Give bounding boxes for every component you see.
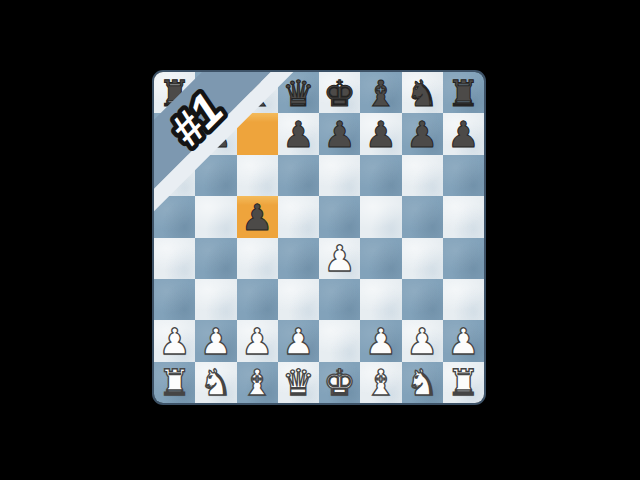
square-f7[interactable]: ♟ xyxy=(360,113,401,154)
square-c2[interactable]: ♟ xyxy=(237,320,278,361)
chess-board: ♜♞♝♛♚♝♞♜♟♟♟♟♟♟♟♟♟♟♟♟♟♟♟♟♜♞♝♛♚♝♞♜ #1 xyxy=(152,70,486,405)
square-h6[interactable] xyxy=(443,155,484,196)
square-f1[interactable]: ♝ xyxy=(360,362,401,403)
piece-black-knight-g8[interactable]: ♞ xyxy=(406,76,438,112)
square-b4[interactable] xyxy=(195,238,236,279)
square-f6[interactable] xyxy=(360,155,401,196)
piece-black-king-e8[interactable]: ♚ xyxy=(323,76,355,112)
piece-black-pawn-h7[interactable]: ♟ xyxy=(447,117,479,153)
square-g1[interactable]: ♞ xyxy=(402,362,443,403)
square-c6[interactable] xyxy=(237,155,278,196)
square-e7[interactable]: ♟ xyxy=(319,113,360,154)
square-g7[interactable]: ♟ xyxy=(402,113,443,154)
square-h5[interactable] xyxy=(443,196,484,237)
square-d5[interactable] xyxy=(278,196,319,237)
square-g8[interactable]: ♞ xyxy=(402,72,443,113)
square-g2[interactable]: ♟ xyxy=(402,320,443,361)
square-f2[interactable]: ♟ xyxy=(360,320,401,361)
square-a2[interactable]: ♟ xyxy=(154,320,195,361)
square-d7[interactable]: ♟ xyxy=(278,113,319,154)
square-g5[interactable] xyxy=(402,196,443,237)
square-b1[interactable]: ♞ xyxy=(195,362,236,403)
piece-white-bishop-c1[interactable]: ♝ xyxy=(241,365,273,401)
square-f4[interactable] xyxy=(360,238,401,279)
piece-white-pawn-b2[interactable]: ♟ xyxy=(200,324,232,360)
square-a3[interactable] xyxy=(154,279,195,320)
square-h1[interactable]: ♜ xyxy=(443,362,484,403)
square-d4[interactable] xyxy=(278,238,319,279)
square-e1[interactable]: ♚ xyxy=(319,362,360,403)
square-d6[interactable] xyxy=(278,155,319,196)
square-e5[interactable] xyxy=(319,196,360,237)
piece-black-bishop-f8[interactable]: ♝ xyxy=(365,76,397,112)
square-c5[interactable]: ♟ xyxy=(237,196,278,237)
square-g4[interactable] xyxy=(402,238,443,279)
square-e6[interactable] xyxy=(319,155,360,196)
square-b2[interactable]: ♟ xyxy=(195,320,236,361)
square-e8[interactable]: ♚ xyxy=(319,72,360,113)
piece-white-queen-d1[interactable]: ♛ xyxy=(282,365,314,401)
piece-black-pawn-e7[interactable]: ♟ xyxy=(323,117,355,153)
square-h3[interactable] xyxy=(443,279,484,320)
square-h8[interactable]: ♜ xyxy=(443,72,484,113)
piece-white-knight-b1[interactable]: ♞ xyxy=(200,365,232,401)
page-background: ♜♞♝♛♚♝♞♜♟♟♟♟♟♟♟♟♟♟♟♟♟♟♟♟♜♞♝♛♚♝♞♜ #1 xyxy=(0,0,640,480)
square-g6[interactable] xyxy=(402,155,443,196)
piece-white-rook-h1[interactable]: ♜ xyxy=(447,365,479,401)
square-c3[interactable] xyxy=(237,279,278,320)
square-b3[interactable] xyxy=(195,279,236,320)
square-e2[interactable] xyxy=(319,320,360,361)
square-f3[interactable] xyxy=(360,279,401,320)
piece-white-pawn-d2[interactable]: ♟ xyxy=(282,324,314,360)
square-d3[interactable] xyxy=(278,279,319,320)
piece-white-pawn-g2[interactable]: ♟ xyxy=(406,324,438,360)
square-d1[interactable]: ♛ xyxy=(278,362,319,403)
piece-white-pawn-h2[interactable]: ♟ xyxy=(447,324,479,360)
square-c4[interactable] xyxy=(237,238,278,279)
piece-black-pawn-g7[interactable]: ♟ xyxy=(406,117,438,153)
square-c1[interactable]: ♝ xyxy=(237,362,278,403)
square-f5[interactable] xyxy=(360,196,401,237)
piece-black-pawn-f7[interactable]: ♟ xyxy=(365,117,397,153)
piece-white-pawn-e4[interactable]: ♟ xyxy=(323,241,355,277)
piece-white-rook-a1[interactable]: ♜ xyxy=(158,365,190,401)
piece-white-bishop-f1[interactable]: ♝ xyxy=(365,365,397,401)
piece-black-rook-h8[interactable]: ♜ xyxy=(447,76,479,112)
piece-black-pawn-c5[interactable]: ♟ xyxy=(241,200,273,236)
board-surface: ♜♞♝♛♚♝♞♜♟♟♟♟♟♟♟♟♟♟♟♟♟♟♟♟♜♞♝♛♚♝♞♜ #1 xyxy=(154,72,484,403)
piece-white-king-e1[interactable]: ♚ xyxy=(323,365,355,401)
piece-white-pawn-f2[interactable]: ♟ xyxy=(365,324,397,360)
square-h2[interactable]: ♟ xyxy=(443,320,484,361)
square-h7[interactable]: ♟ xyxy=(443,113,484,154)
square-h4[interactable] xyxy=(443,238,484,279)
piece-white-pawn-c2[interactable]: ♟ xyxy=(241,324,273,360)
square-e4[interactable]: ♟ xyxy=(319,238,360,279)
piece-white-pawn-a2[interactable]: ♟ xyxy=(158,324,190,360)
piece-black-pawn-d7[interactable]: ♟ xyxy=(282,117,314,153)
square-d2[interactable]: ♟ xyxy=(278,320,319,361)
square-a1[interactable]: ♜ xyxy=(154,362,195,403)
piece-black-queen-d8[interactable]: ♛ xyxy=(282,76,314,112)
square-g3[interactable] xyxy=(402,279,443,320)
piece-white-knight-g1[interactable]: ♞ xyxy=(406,365,438,401)
square-e3[interactable] xyxy=(319,279,360,320)
square-f8[interactable]: ♝ xyxy=(360,72,401,113)
square-b5[interactable] xyxy=(195,196,236,237)
square-a4[interactable] xyxy=(154,238,195,279)
